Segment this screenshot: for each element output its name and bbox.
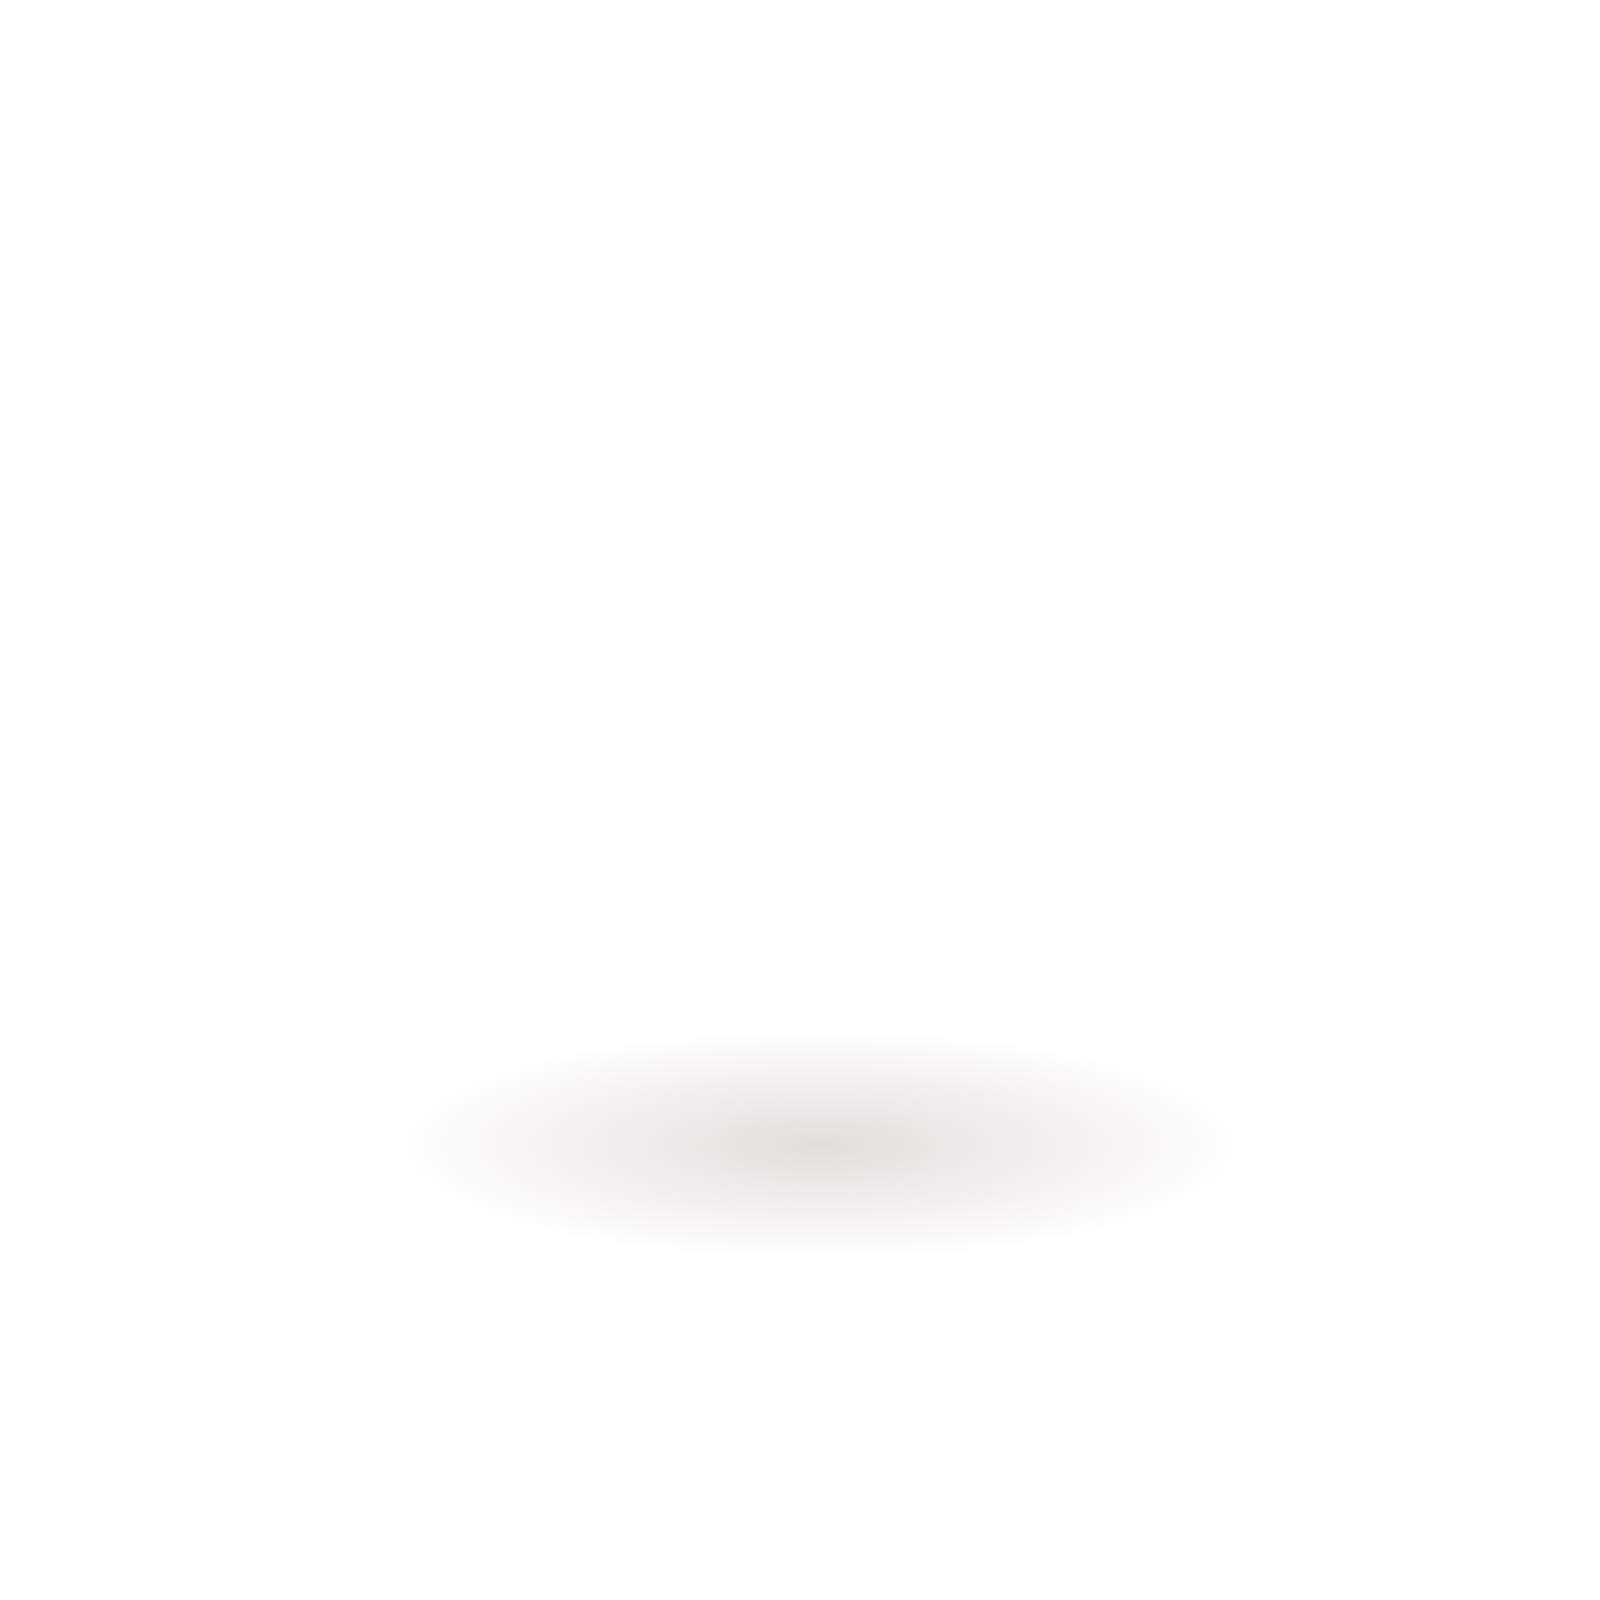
square-b3 [836, 459, 1526, 757]
square-h5 [836, 459, 1526, 757]
square-a7 [836, 459, 1526, 757]
square-a5 [836, 459, 1526, 757]
square-e4 [836, 459, 1526, 757]
square-g4 [836, 459, 1526, 757]
square-c1 [836, 459, 1526, 757]
square-d2 [836, 459, 1526, 757]
square-f5 [836, 459, 1526, 757]
square-g6 [836, 459, 1526, 757]
square-a2 [836, 459, 1526, 757]
square-c3 [836, 459, 1526, 757]
square-b4 [836, 459, 1526, 757]
square-d5 [836, 459, 1526, 757]
square-h8 [836, 459, 1526, 757]
square-c6 [836, 459, 1526, 757]
square-h7 [836, 459, 1526, 757]
square-b6 [836, 459, 1526, 757]
square-d4 [836, 459, 1526, 757]
square-b2 [836, 459, 1526, 757]
square-c7 [836, 459, 1526, 757]
square-a4 [836, 459, 1526, 757]
square-f8 [836, 459, 1526, 757]
square-e1 [836, 459, 1526, 757]
square-d7 [836, 459, 1526, 757]
square-d8 [836, 459, 1526, 757]
square-f3 [836, 459, 1526, 757]
square-g8 [836, 459, 1526, 757]
square-d1 [836, 459, 1526, 757]
square-a6 [836, 459, 1526, 757]
square-c4 [836, 459, 1526, 757]
square-h3 [836, 459, 1526, 757]
square-g1 [836, 459, 1526, 757]
product-photo-scene: ♜♟♞♟♝♟♛♟♚♟♝♟♟♞♜♟♟♜♞♟♟♝♟♛♟♚♟♝♟♞♟♜ [0, 0, 1600, 1600]
square-h1 [836, 459, 1526, 757]
square-f6 [836, 459, 1526, 757]
fold-seam-line [836, 459, 1526, 757]
square-g2 [836, 459, 1526, 757]
square-g3 [836, 459, 1526, 757]
square-e5 [836, 459, 1526, 757]
square-e7 [836, 459, 1526, 757]
square-g7 [836, 459, 1526, 757]
square-e8 [836, 459, 1526, 757]
square-f1 [836, 459, 1526, 757]
square-g5 [836, 459, 1526, 757]
square-a3 [836, 459, 1526, 757]
square-c5 [836, 459, 1526, 757]
square-d6 [836, 459, 1526, 757]
squares-grid [836, 459, 1526, 757]
square-b1 [836, 459, 1526, 757]
square-c8 [836, 459, 1526, 757]
square-h4 [836, 459, 1526, 757]
square-b5 [836, 459, 1526, 757]
square-e2 [836, 459, 1526, 757]
square-a1 [836, 459, 1526, 757]
square-f4 [836, 459, 1526, 757]
square-e6 [836, 459, 1526, 757]
square-d3 [836, 459, 1526, 757]
square-b8 [836, 459, 1526, 757]
square-c2 [836, 459, 1526, 757]
mosaic-border [836, 459, 1526, 757]
square-e3 [836, 459, 1526, 757]
board-top [0, 459, 1526, 1596]
square-f7 [836, 459, 1526, 757]
square-b7 [836, 459, 1526, 757]
square-h2 [836, 459, 1526, 757]
square-a8 [836, 459, 1526, 757]
square-f2 [836, 459, 1526, 757]
gloss-reflection [836, 459, 1526, 757]
square-h6 [836, 459, 1526, 757]
